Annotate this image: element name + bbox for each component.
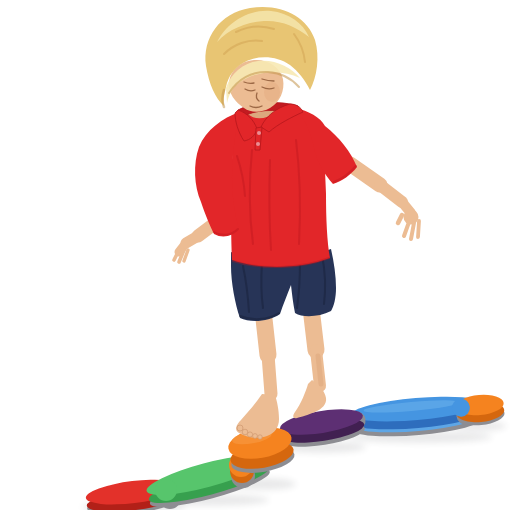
product-photo [0,0,510,510]
product-photo-stage [0,0,510,510]
cheek-shading [264,82,280,102]
connector-tab-top [155,479,177,501]
right-hand [404,210,419,225]
